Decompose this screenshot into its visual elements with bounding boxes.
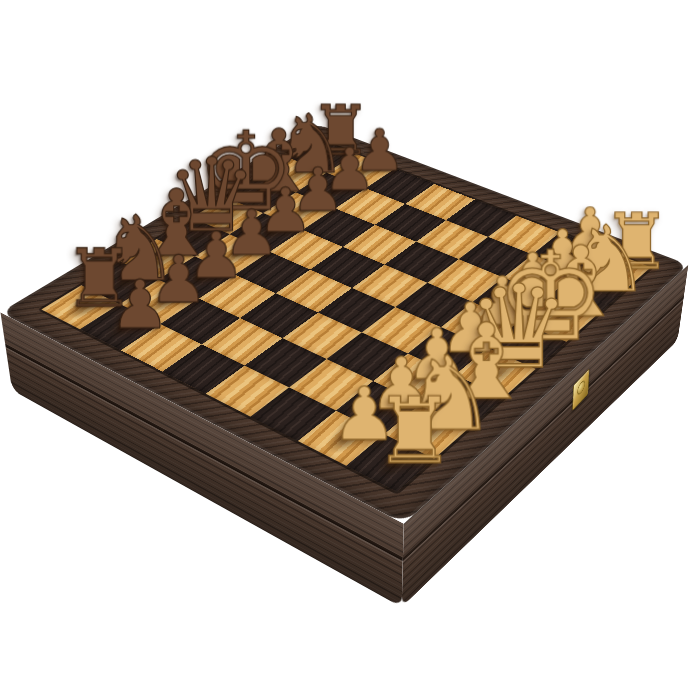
square-h5[interactable] (405, 184, 475, 220)
chess-case: ♜♞♝♛♚♝♞♜♟♟♟♟♟♟♟♟♟♟♟♟♟♟♟♟♜♞♝♛♚♝♞♜ (0, 124, 688, 524)
black-pawn[interactable]: ♟ (110, 273, 170, 337)
chess-set-scene: ♜♞♝♛♚♝♞♜♟♟♟♟♟♟♟♟♟♟♟♟♟♟♟♟♜♞♝♛♚♝♞♜ (0, 0, 700, 700)
chess-set-photo: ♜♞♝♛♚♝♞♜♟♟♟♟♟♟♟♟♟♟♟♟♟♟♟♟♜♞♝♛♚♝♞♜ (0, 0, 700, 700)
white-rook[interactable]: ♜ (374, 388, 456, 475)
